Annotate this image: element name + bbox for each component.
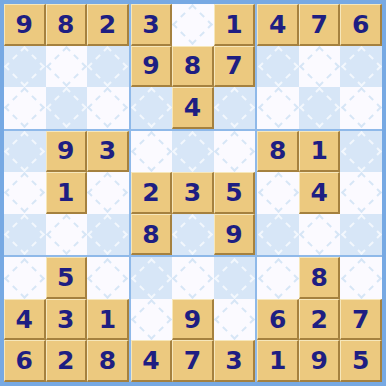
cell-r9c3: 8	[87, 340, 129, 382]
cell-r9c4: 4	[131, 340, 173, 382]
cell-r9c2: 2	[46, 340, 88, 382]
cell-r2c2[interactable]	[46, 46, 88, 88]
cell-r1c9: 6	[340, 4, 382, 46]
cell-r8c7: 6	[257, 299, 299, 341]
sudoku-box-7: 9473	[131, 257, 256, 382]
cell-r2c3[interactable]	[87, 46, 129, 88]
cell-r6c1[interactable]	[4, 214, 46, 256]
cell-r9c8: 9	[299, 340, 341, 382]
diamond-marker	[4, 172, 45, 213]
cell-r5c2: 1	[46, 172, 88, 214]
cell-r6c8[interactable]	[299, 214, 341, 256]
given-digit: 6	[269, 307, 286, 332]
given-digit: 1	[310, 138, 327, 163]
cell-r5c9[interactable]	[340, 172, 382, 214]
given-digit: 2	[99, 12, 116, 37]
diamond-marker	[214, 299, 255, 340]
diamond-marker	[258, 258, 299, 299]
given-digit: 7	[352, 307, 369, 332]
cell-r7c8: 8	[299, 257, 341, 299]
diamond-marker	[214, 87, 255, 128]
cell-r6c3[interactable]	[87, 214, 129, 256]
cell-r4c9[interactable]	[340, 131, 382, 173]
diamond-marker	[299, 46, 340, 87]
diamond-marker	[299, 214, 340, 255]
given-digit: 6	[16, 348, 33, 373]
diamond-marker	[131, 258, 172, 299]
given-digit: 2	[142, 180, 159, 205]
given-digit: 3	[142, 12, 159, 37]
given-digit: 8	[99, 348, 116, 373]
cell-r4c1[interactable]	[4, 131, 46, 173]
given-digit: 9	[225, 222, 242, 247]
given-digit: 2	[57, 348, 74, 373]
given-digit: 9	[184, 307, 201, 332]
given-digit: 4	[269, 12, 286, 37]
cell-r8c4[interactable]	[131, 299, 173, 341]
given-digit: 9	[142, 53, 159, 78]
cell-r2c7[interactable]	[257, 46, 299, 88]
cell-r9c9: 5	[340, 340, 382, 382]
cell-r3c9[interactable]	[340, 87, 382, 129]
cell-r7c5[interactable]	[172, 257, 214, 299]
cell-r1c1: 9	[4, 4, 46, 46]
diamond-marker	[341, 258, 382, 299]
cell-r8c3: 1	[87, 299, 129, 341]
cell-r6c7[interactable]	[257, 214, 299, 256]
cell-r7c9[interactable]	[340, 257, 382, 299]
given-digit: 8	[269, 138, 286, 163]
diamond-marker	[87, 46, 128, 87]
diamond-marker	[341, 172, 382, 213]
cell-r5c7[interactable]	[257, 172, 299, 214]
diamond-marker	[341, 214, 382, 255]
sudoku-box-1: 319874	[131, 4, 256, 129]
diamond-marker	[299, 87, 340, 128]
diamond-marker	[87, 172, 128, 213]
cell-r9c1: 6	[4, 340, 46, 382]
cell-r1c8: 7	[299, 4, 341, 46]
diamond-marker	[46, 214, 87, 255]
given-digit: 1	[99, 307, 116, 332]
cell-r9c6: 3	[214, 340, 256, 382]
given-digit: 7	[184, 348, 201, 373]
diamond-marker	[131, 87, 172, 128]
given-digit: 3	[184, 180, 201, 205]
cell-r7c4[interactable]	[131, 257, 173, 299]
cell-r2c6: 7	[214, 46, 256, 88]
cell-r2c9[interactable]	[340, 46, 382, 88]
given-digit: 8	[57, 12, 74, 37]
cell-r4c6[interactable]	[214, 131, 256, 173]
given-digit: 9	[57, 138, 74, 163]
cell-r3c2[interactable]	[46, 87, 88, 129]
cell-r4c2: 9	[46, 131, 88, 173]
sudoku-box-5: 814	[257, 131, 382, 256]
given-digit: 1	[225, 12, 242, 37]
diamond-marker	[258, 46, 299, 87]
cell-r4c7: 8	[257, 131, 299, 173]
given-digit: 4	[310, 180, 327, 205]
diamond-marker	[172, 258, 213, 299]
cell-r4c5[interactable]	[172, 131, 214, 173]
diamond-marker	[4, 87, 45, 128]
given-digit: 8	[142, 222, 159, 247]
sudoku-box-6: 5431628	[4, 257, 129, 382]
cell-r2c4: 9	[131, 46, 173, 88]
sudoku-board: 9823198744769312358981454316289473862719…	[0, 0, 386, 386]
sudoku-box-0: 982	[4, 4, 129, 129]
given-digit: 6	[352, 12, 369, 37]
diamond-marker	[46, 87, 87, 128]
cell-r5c4: 2	[131, 172, 173, 214]
sudoku-box-4: 23589	[131, 131, 256, 256]
cell-r3c5: 4	[172, 87, 214, 129]
given-digit: 1	[269, 348, 286, 373]
cell-r7c2: 5	[46, 257, 88, 299]
cell-r4c8: 1	[299, 131, 341, 173]
given-digit: 2	[310, 307, 327, 332]
diamond-marker	[4, 258, 45, 299]
diamond-marker	[172, 4, 213, 45]
given-digit: 3	[225, 348, 242, 373]
diamond-marker	[4, 46, 45, 87]
cell-r5c1[interactable]	[4, 172, 46, 214]
diamond-marker	[341, 46, 382, 87]
cell-r3c7[interactable]	[257, 87, 299, 129]
cell-r1c6: 1	[214, 4, 256, 46]
diamond-marker	[172, 214, 213, 255]
diamond-marker	[258, 87, 299, 128]
cell-r5c8: 4	[299, 172, 341, 214]
cell-r8c5: 9	[172, 299, 214, 341]
cell-r2c8[interactable]	[299, 46, 341, 88]
cell-r6c2[interactable]	[46, 214, 88, 256]
cell-r6c6: 9	[214, 214, 256, 256]
given-digit: 8	[310, 265, 327, 290]
diamond-marker	[131, 131, 172, 172]
cell-r5c5: 3	[172, 172, 214, 214]
cell-r1c2: 8	[46, 4, 88, 46]
cell-r6c4: 8	[131, 214, 173, 256]
cell-r8c2: 3	[46, 299, 88, 341]
cell-r7c6[interactable]	[214, 257, 256, 299]
cell-r3c6[interactable]	[214, 87, 256, 129]
cell-r1c5[interactable]	[172, 4, 214, 46]
diamond-marker	[87, 214, 128, 255]
cell-r8c9: 7	[340, 299, 382, 341]
cell-r7c3[interactable]	[87, 257, 129, 299]
given-digit: 3	[57, 307, 74, 332]
diamond-marker	[214, 258, 255, 299]
cell-r8c8: 2	[299, 299, 341, 341]
given-digit: 5	[57, 265, 74, 290]
diamond-marker	[341, 87, 382, 128]
cell-r9c5: 7	[172, 340, 214, 382]
cell-r3c3[interactable]	[87, 87, 129, 129]
cell-r5c3[interactable]	[87, 172, 129, 214]
cell-r4c4[interactable]	[131, 131, 173, 173]
given-digit: 5	[352, 348, 369, 373]
given-digit: 9	[310, 348, 327, 373]
diamond-marker	[4, 214, 45, 255]
sudoku-box-8: 8627195	[257, 257, 382, 382]
cell-r7c7[interactable]	[257, 257, 299, 299]
cell-r5c6: 5	[214, 172, 256, 214]
diamond-marker	[131, 299, 172, 340]
given-digit: 1	[57, 180, 74, 205]
cell-r1c4: 3	[131, 4, 173, 46]
diamond-marker	[4, 131, 45, 172]
cell-r3c1[interactable]	[4, 87, 46, 129]
cell-r6c9[interactable]	[340, 214, 382, 256]
diamond-marker	[172, 131, 213, 172]
cell-r3c4[interactable]	[131, 87, 173, 129]
given-digit: 3	[99, 138, 116, 163]
cell-r2c5: 8	[172, 46, 214, 88]
diamond-marker	[87, 258, 128, 299]
diamond-marker	[46, 46, 87, 87]
given-digit: 7	[310, 12, 327, 37]
cell-r7c1[interactable]	[4, 257, 46, 299]
given-digit: 5	[225, 180, 242, 205]
diamond-marker	[341, 131, 382, 172]
diamond-marker	[258, 214, 299, 255]
sudoku-box-3: 931	[4, 131, 129, 256]
given-digit: 4	[16, 307, 33, 332]
given-digit: 7	[225, 53, 242, 78]
cell-r3c8[interactable]	[299, 87, 341, 129]
cell-r2c1[interactable]	[4, 46, 46, 88]
diamond-marker	[87, 87, 128, 128]
diamond-marker	[258, 172, 299, 213]
cell-r9c7: 1	[257, 340, 299, 382]
cell-r1c7: 4	[257, 4, 299, 46]
cell-r8c1: 4	[4, 299, 46, 341]
given-digit: 4	[184, 95, 201, 120]
cell-r6c5[interactable]	[172, 214, 214, 256]
cell-r8c6[interactable]	[214, 299, 256, 341]
given-digit: 4	[142, 348, 159, 373]
sudoku-box-2: 476	[257, 4, 382, 129]
diamond-marker	[214, 131, 255, 172]
given-digit: 8	[184, 53, 201, 78]
cell-r1c3: 2	[87, 4, 129, 46]
cell-r4c3: 3	[87, 131, 129, 173]
given-digit: 9	[16, 12, 33, 37]
